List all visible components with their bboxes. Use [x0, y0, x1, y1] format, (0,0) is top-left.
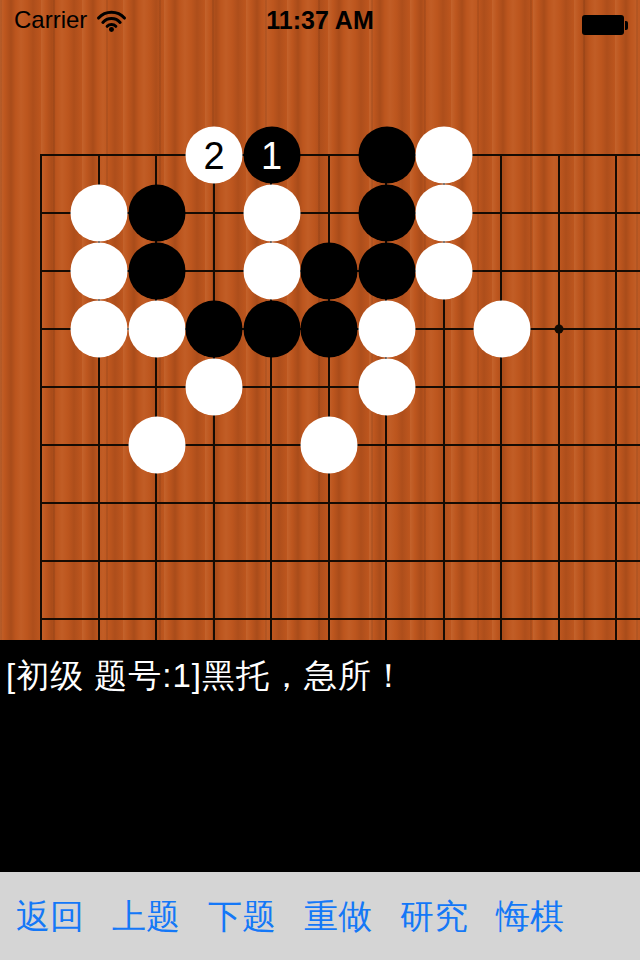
- research-button[interactable]: 研究: [400, 872, 468, 960]
- white-stone[interactable]: [243, 243, 300, 300]
- white-stone[interactable]: [358, 301, 415, 358]
- battery-icon: [582, 15, 628, 35]
- black-stone[interactable]: [301, 301, 358, 358]
- white-stone[interactable]: [186, 359, 243, 416]
- toolbar: 返回上题下题重做研究悔棋: [0, 872, 640, 960]
- black-stone[interactable]: [358, 127, 415, 184]
- problem-caption: [初级 题号:1]黑托，急所！: [0, 640, 640, 699]
- black-stone[interactable]: [301, 243, 358, 300]
- board-background: Carrier 11:37 AM 21: [0, 0, 640, 640]
- black-stone[interactable]: [358, 185, 415, 242]
- white-stone[interactable]: [416, 243, 473, 300]
- black-stone[interactable]: [358, 243, 415, 300]
- white-stone[interactable]: [301, 417, 358, 474]
- white-stone[interactable]: [416, 185, 473, 242]
- previous-problem-button[interactable]: 上题: [112, 872, 180, 960]
- white-stone[interactable]: [71, 301, 128, 358]
- black-stone[interactable]: [128, 243, 185, 300]
- white-stone[interactable]: [473, 301, 530, 358]
- white-stone[interactable]: [243, 185, 300, 242]
- back-button[interactable]: 返回: [16, 872, 84, 960]
- white-stone[interactable]: [71, 243, 128, 300]
- undo-move-button[interactable]: 悔棋: [496, 872, 564, 960]
- app-screen: Carrier 11:37 AM 21 [初级 题号:1]黑托，急所！ 返回上题…: [0, 0, 640, 960]
- star-point: [555, 325, 564, 334]
- white-stone[interactable]: [128, 417, 185, 474]
- black-stone-move-1[interactable]: 1: [243, 127, 300, 184]
- status-bar: Carrier 11:37 AM: [0, 0, 640, 40]
- white-stone[interactable]: [71, 185, 128, 242]
- redo-button[interactable]: 重做: [304, 872, 372, 960]
- move-number-label: 2: [203, 136, 224, 174]
- white-stone[interactable]: [358, 359, 415, 416]
- clock: 11:37 AM: [0, 0, 640, 40]
- white-stone-move-2[interactable]: 2: [186, 127, 243, 184]
- next-problem-button[interactable]: 下题: [208, 872, 276, 960]
- black-stone[interactable]: [243, 301, 300, 358]
- black-stone[interactable]: [128, 185, 185, 242]
- go-board-grid[interactable]: [40, 154, 640, 640]
- battery-cap: [625, 21, 628, 30]
- problem-caption-area: [初级 题号:1]黑托，急所！: [0, 640, 640, 872]
- white-stone[interactable]: [416, 127, 473, 184]
- black-stone[interactable]: [186, 301, 243, 358]
- move-number-label: 1: [261, 136, 282, 174]
- white-stone[interactable]: [128, 301, 185, 358]
- battery-body: [582, 15, 624, 35]
